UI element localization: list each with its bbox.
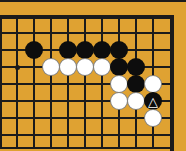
go-stone-white bbox=[110, 92, 128, 110]
go-stone-black bbox=[59, 41, 77, 59]
go-stone-black bbox=[76, 41, 94, 59]
board-right-border bbox=[170, 15, 175, 151]
go-stone-white bbox=[42, 58, 60, 76]
star-point bbox=[15, 65, 20, 70]
go-stone-white bbox=[59, 58, 77, 76]
go-diagram: △ bbox=[0, 0, 186, 151]
top-frame-line bbox=[0, 0, 186, 2]
go-stone-white bbox=[93, 58, 111, 76]
go-stone-black bbox=[127, 75, 145, 93]
go-stone-black bbox=[110, 58, 128, 76]
grid-line-horizontal bbox=[0, 32, 170, 34]
board-top-border bbox=[0, 15, 174, 19]
go-stone-black bbox=[110, 41, 128, 59]
go-stone-white bbox=[127, 92, 145, 110]
triangle-marker: △ bbox=[148, 94, 158, 107]
go-board[interactable]: △ bbox=[0, 0, 186, 151]
grid-line-horizontal bbox=[0, 134, 170, 136]
go-stone-black bbox=[127, 58, 145, 76]
go-stone-black-marked: △ bbox=[144, 92, 162, 110]
go-stone-black bbox=[25, 41, 43, 59]
go-stone-white bbox=[110, 75, 128, 93]
bottom-cut-line bbox=[0, 147, 170, 149]
go-stone-white bbox=[144, 109, 162, 127]
go-stone-white bbox=[144, 75, 162, 93]
go-stone-black bbox=[93, 41, 111, 59]
go-stone-white bbox=[76, 58, 94, 76]
